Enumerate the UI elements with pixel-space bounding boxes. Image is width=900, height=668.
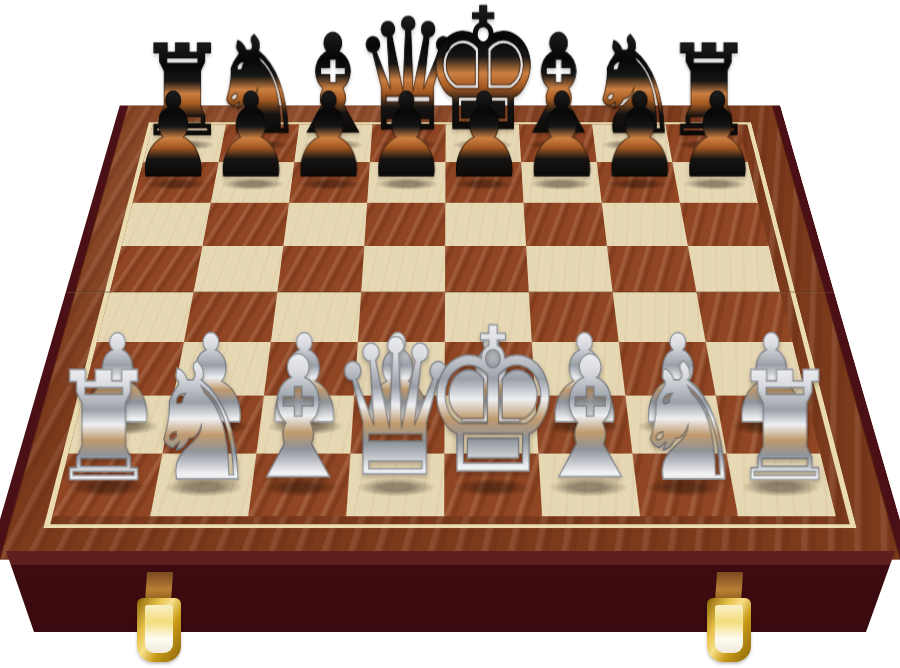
brass-latch-left [135,572,183,664]
latch-ring-icon [137,598,181,662]
square-a6 [122,203,211,246]
board-tilt-wrapper: ♜♞♝♛♚♝♞♜♟♟♟♟♟♟♟♟♟♟♟♟♟♟♟♟♜♞♝♛♚♝♞♜ [0,106,900,560]
latch-ring-hole [145,605,173,653]
square-f6 [524,203,607,246]
square-b7 [211,162,294,202]
square-b5 [194,246,284,292]
square-h6 [680,203,769,246]
square-h8 [665,124,748,162]
square-d6 [364,203,445,246]
latch-ring-icon [707,598,751,662]
square-e8 [445,124,521,162]
square-g8 [592,124,672,162]
square-a7 [133,162,219,202]
square-c7 [289,162,370,202]
square-h7 [672,162,758,202]
square-g5 [607,246,696,292]
latch-ring-hole [715,605,743,653]
square-h5 [688,246,780,292]
square-a5 [110,246,203,292]
square-b6 [202,203,289,246]
square-g6 [602,203,688,246]
square-d7 [367,162,445,202]
square-c6 [283,203,367,246]
square-f8 [519,124,597,162]
square-b8 [219,124,300,162]
chess-set-photo: ♜♞♝♛♚♝♞♜♟♟♟♟♟♟♟♟♟♟♟♟♟♟♟♟♜♞♝♛♚♝♞♜ [0,0,900,668]
brass-latch-right [705,572,753,664]
square-d8 [370,124,446,162]
square-g7 [597,162,680,202]
square-c5 [277,246,364,292]
square-f7 [521,162,602,202]
piece-white-rook-h1[interactable]: ♜ [725,352,845,503]
square-e6 [445,203,526,246]
square-e7 [445,162,523,202]
square-a8 [143,124,226,162]
square-c8 [294,124,372,162]
